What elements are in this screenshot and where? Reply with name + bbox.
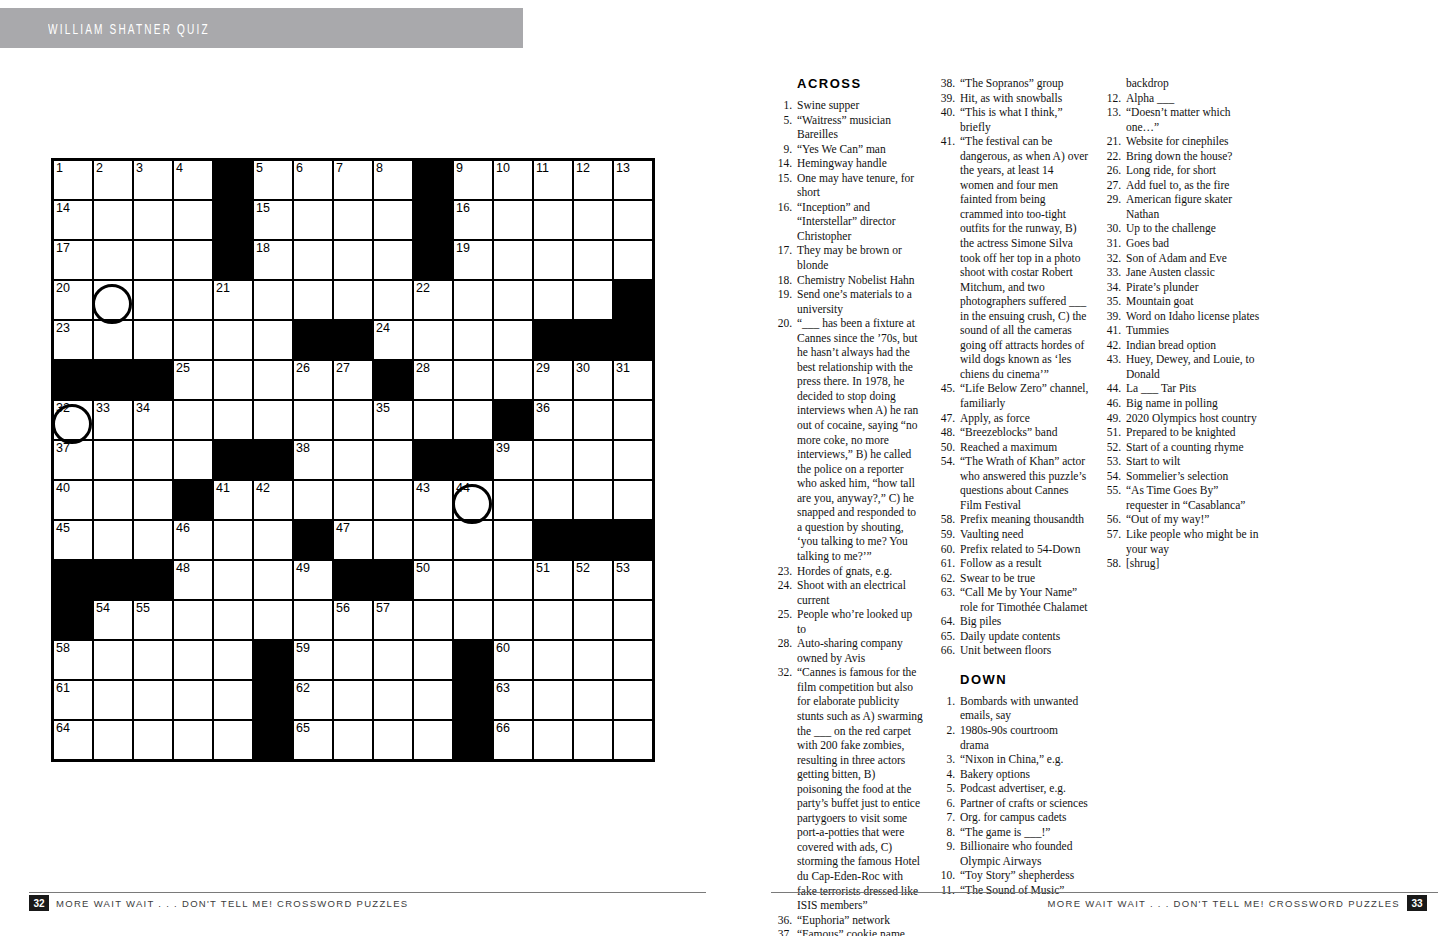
grid-cell[interactable] xyxy=(493,560,533,600)
grid-cell[interactable] xyxy=(253,560,293,600)
grid-cell[interactable] xyxy=(453,320,493,360)
grid-cell[interactable]: 47 xyxy=(333,520,373,560)
grid-cell[interactable] xyxy=(213,320,253,360)
grid-cell[interactable]: 16 xyxy=(453,200,493,240)
grid-cell[interactable] xyxy=(253,600,293,640)
grid-cell[interactable] xyxy=(133,480,173,520)
clue: 18.Chemistry Nobelist Hahn xyxy=(773,273,923,288)
grid-cell[interactable]: 24 xyxy=(373,320,413,360)
grid-cell[interactable] xyxy=(613,680,653,720)
grid-cell[interactable]: 31 xyxy=(613,360,653,400)
grid-cell[interactable]: 62 xyxy=(293,680,333,720)
grid-cell[interactable] xyxy=(493,280,533,320)
grid-cell[interactable]: 9 xyxy=(453,160,493,200)
grid-cell[interactable] xyxy=(533,680,573,720)
grid-cell[interactable] xyxy=(293,400,333,440)
clue-number: 58. xyxy=(936,512,955,527)
clue-text: “Waitress” musician Bareilles xyxy=(797,113,923,142)
grid-cell[interactable]: 52 xyxy=(573,560,613,600)
footer-right: MORE WAIT WAIT . . . DON'T TELL ME! CROS… xyxy=(1048,895,1427,911)
clue-text: Indian bread option xyxy=(1126,338,1216,353)
grid-cell[interactable] xyxy=(573,200,613,240)
grid-cell[interactable] xyxy=(373,640,413,680)
grid-cell[interactable] xyxy=(573,240,613,280)
grid-cell[interactable] xyxy=(133,280,173,320)
clue: 20.“___ has been a fixture at Cannes sin… xyxy=(773,316,923,563)
black-cell xyxy=(53,600,93,640)
grid-cell[interactable] xyxy=(333,640,373,680)
grid-cell[interactable]: 1 xyxy=(53,160,93,200)
grid-cell[interactable] xyxy=(93,480,133,520)
clue-number: 20. xyxy=(773,316,792,563)
grid-cell[interactable]: 15 xyxy=(253,200,293,240)
cell-number: 65 xyxy=(296,721,310,735)
grid-cell[interactable] xyxy=(93,720,133,760)
grid-cell[interactable]: 46 xyxy=(173,520,213,560)
grid-cell[interactable] xyxy=(253,320,293,360)
clue-number: 34. xyxy=(1102,280,1121,295)
grid-cell[interactable]: 48 xyxy=(173,560,213,600)
black-cell xyxy=(573,520,613,560)
grid-cell[interactable] xyxy=(333,720,373,760)
page-number-left: 32 xyxy=(29,895,49,911)
grid-cell[interactable] xyxy=(173,200,213,240)
grid-cell[interactable]: 50 xyxy=(413,560,453,600)
clue-number: 44. xyxy=(1102,381,1121,396)
grid-cell[interactable] xyxy=(133,680,173,720)
grid-cell[interactable] xyxy=(533,280,573,320)
clue-number: 59. xyxy=(936,527,955,542)
grid-cell[interactable]: 28 xyxy=(413,360,453,400)
clue-number: 53. xyxy=(1102,454,1121,469)
clue-text: “This is what I think,” briefly xyxy=(960,105,1089,134)
grid-cell[interactable]: 33 xyxy=(93,400,133,440)
grid-cell[interactable]: 44 xyxy=(453,480,493,520)
clue: 25.People who’re looked up to xyxy=(773,607,923,636)
grid-cell[interactable] xyxy=(333,680,373,720)
grid-cell[interactable] xyxy=(533,440,573,480)
grid-cell[interactable] xyxy=(173,720,213,760)
grid-cell[interactable]: 26 xyxy=(293,360,333,400)
grid-cell[interactable] xyxy=(613,720,653,760)
grid-cell[interactable] xyxy=(533,240,573,280)
grid-cell[interactable]: 14 xyxy=(53,200,93,240)
grid-cell[interactable]: 29 xyxy=(533,360,573,400)
grid-cell[interactable]: 59 xyxy=(293,640,333,680)
grid-cell[interactable] xyxy=(573,400,613,440)
grid-cell[interactable] xyxy=(173,440,213,480)
clue-text: “Out of my way!” xyxy=(1126,512,1209,527)
grid-cell[interactable] xyxy=(133,200,173,240)
grid-cell[interactable]: 30 xyxy=(573,360,613,400)
grid-cell[interactable] xyxy=(373,240,413,280)
grid-cell[interactable] xyxy=(493,600,533,640)
cell-number: 23 xyxy=(56,321,70,335)
grid-cell[interactable] xyxy=(613,440,653,480)
clue-text: Podcast advertiser, e.g. xyxy=(960,781,1066,796)
grid-cell[interactable] xyxy=(613,200,653,240)
clue-text: Chemistry Nobelist Hahn xyxy=(797,273,915,288)
grid-cell[interactable] xyxy=(173,600,213,640)
grid-cell[interactable] xyxy=(253,360,293,400)
grid-cell[interactable] xyxy=(213,640,253,680)
grid-cell[interactable] xyxy=(613,240,653,280)
grid-cell[interactable] xyxy=(93,680,133,720)
grid-cell[interactable]: 42 xyxy=(253,480,293,520)
clue: 49.2020 Olympics host country xyxy=(1102,411,1262,426)
black-cell xyxy=(413,200,453,240)
clue: 6.Partner of crafts or sciences xyxy=(936,796,1089,811)
cell-number: 41 xyxy=(216,481,230,495)
clue-number: 31. xyxy=(1102,236,1121,251)
grid-cell[interactable] xyxy=(133,440,173,480)
grid-cell[interactable] xyxy=(293,600,333,640)
clue-number: 24. xyxy=(773,578,792,607)
grid-cell[interactable]: 35 xyxy=(373,400,413,440)
grid-cell[interactable] xyxy=(453,360,493,400)
grid-cell[interactable]: 8 xyxy=(373,160,413,200)
grid-cell[interactable]: 34 xyxy=(133,400,173,440)
grid-cell[interactable] xyxy=(293,240,333,280)
grid-cell[interactable] xyxy=(533,640,573,680)
grid-cell[interactable] xyxy=(453,400,493,440)
grid-cell[interactable]: 21 xyxy=(213,280,253,320)
grid-cell[interactable] xyxy=(93,280,133,320)
clue-number: 37. xyxy=(773,927,792,936)
cell-number: 52 xyxy=(576,561,590,575)
grid-cell[interactable]: 64 xyxy=(53,720,93,760)
clue-number: 15. xyxy=(773,171,792,200)
black-cell xyxy=(333,560,373,600)
grid-cell[interactable] xyxy=(533,200,573,240)
grid-cell[interactable]: 66 xyxy=(493,720,533,760)
grid-cell[interactable] xyxy=(573,600,613,640)
grid-cell[interactable]: 18 xyxy=(253,240,293,280)
grid-cell[interactable] xyxy=(213,680,253,720)
grid-cell[interactable] xyxy=(293,280,333,320)
grid-cell[interactable]: 41 xyxy=(213,480,253,520)
grid-cell[interactable] xyxy=(333,440,373,480)
grid-cell[interactable]: 65 xyxy=(293,720,333,760)
grid-cell[interactable] xyxy=(253,400,293,440)
clue: 31.Goes bad xyxy=(1102,236,1262,251)
grid-cell[interactable] xyxy=(213,720,253,760)
clue-columns: ACROSS1.Swine supper5.“Waitress” musicia… xyxy=(773,76,1262,936)
grid-cell[interactable] xyxy=(493,200,533,240)
clue-number: 9. xyxy=(936,839,955,868)
grid-cell[interactable] xyxy=(213,400,253,440)
cell-number: 46 xyxy=(176,521,190,535)
clue-text: “Inception” and “Interstellar” director … xyxy=(797,200,923,244)
grid-cell[interactable] xyxy=(253,520,293,560)
grid-cell[interactable] xyxy=(573,480,613,520)
grid-cell[interactable]: 49 xyxy=(293,560,333,600)
grid-cell[interactable] xyxy=(413,400,453,440)
grid-cell[interactable] xyxy=(213,600,253,640)
grid-cell[interactable] xyxy=(173,400,213,440)
grid-cell[interactable] xyxy=(93,640,133,680)
grid-cell[interactable] xyxy=(93,320,133,360)
clue-text: Long ride, for short xyxy=(1126,163,1216,178)
grid-cell[interactable] xyxy=(533,480,573,520)
grid-cell[interactable] xyxy=(333,280,373,320)
grid-cell[interactable] xyxy=(173,320,213,360)
grid-cell[interactable] xyxy=(533,600,573,640)
grid-cell[interactable] xyxy=(573,440,613,480)
grid-cell[interactable]: 58 xyxy=(53,640,93,680)
grid-cell[interactable] xyxy=(453,520,493,560)
grid-cell[interactable]: 57 xyxy=(373,600,413,640)
black-cell xyxy=(53,560,93,600)
grid-cell[interactable] xyxy=(213,560,253,600)
cell-number: 57 xyxy=(376,601,390,615)
grid-cell[interactable] xyxy=(413,600,453,640)
clue-number: 55. xyxy=(1102,483,1121,512)
grid-cell[interactable] xyxy=(613,400,653,440)
grid-cell[interactable]: 60 xyxy=(493,640,533,680)
clue-text: Daily update contents xyxy=(960,629,1060,644)
grid-cell[interactable] xyxy=(613,640,653,680)
clue-number: 30. xyxy=(1102,221,1121,236)
black-cell xyxy=(413,440,453,480)
clue: 14.Hemingway handle xyxy=(773,156,923,171)
grid-cell[interactable]: 23 xyxy=(53,320,93,360)
grid-cell[interactable] xyxy=(173,240,213,280)
cell-number: 18 xyxy=(256,241,270,255)
grid-cell[interactable]: 55 xyxy=(133,600,173,640)
grid-cell[interactable] xyxy=(413,320,453,360)
clue-text: Vaulting need xyxy=(960,527,1024,542)
clue-number: 39. xyxy=(1102,309,1121,324)
cell-number: 6 xyxy=(296,161,303,175)
cell-number: 8 xyxy=(376,161,383,175)
grid-cell[interactable] xyxy=(373,520,413,560)
black-cell xyxy=(373,360,413,400)
grid-cell[interactable]: 45 xyxy=(53,520,93,560)
cell-number: 19 xyxy=(456,241,470,255)
grid-cell[interactable] xyxy=(133,520,173,560)
grid-cell[interactable]: 43 xyxy=(413,480,453,520)
grid-cell[interactable] xyxy=(453,280,493,320)
grid-cell[interactable]: 4 xyxy=(173,160,213,200)
clue-text: “The Sopranos” group xyxy=(960,76,1063,91)
grid-cell[interactable]: 22 xyxy=(413,280,453,320)
grid-cell[interactable]: 36 xyxy=(533,400,573,440)
grid-cell[interactable]: 56 xyxy=(333,600,373,640)
clue-number: 9. xyxy=(773,142,792,157)
clue-text: “___ has been a fixture at Cannes since … xyxy=(797,316,923,563)
clue-number: 46. xyxy=(1102,396,1121,411)
grid-cell[interactable] xyxy=(573,280,613,320)
grid-cell[interactable] xyxy=(373,280,413,320)
grid-cell[interactable] xyxy=(493,240,533,280)
clue-number: 4. xyxy=(936,767,955,782)
grid-cell[interactable] xyxy=(493,520,533,560)
grid-cell[interactable]: 39 xyxy=(493,440,533,480)
grid-cell[interactable]: 10 xyxy=(493,160,533,200)
clue: backdrop xyxy=(1102,76,1262,91)
grid-cell[interactable]: 11 xyxy=(533,160,573,200)
clue-number: 22. xyxy=(1102,149,1121,164)
cell-number: 11 xyxy=(536,161,549,175)
grid-cell[interactable] xyxy=(213,360,253,400)
grid-cell[interactable]: 27 xyxy=(333,360,373,400)
grid-cell[interactable] xyxy=(413,520,453,560)
grid-cell[interactable] xyxy=(213,520,253,560)
cell-number: 62 xyxy=(296,681,310,695)
grid-cell[interactable] xyxy=(373,440,413,480)
grid-cell[interactable]: 2 xyxy=(93,160,133,200)
clue: 40.“This is what I think,” briefly xyxy=(936,105,1089,134)
grid-cell[interactable] xyxy=(93,520,133,560)
grid-cell[interactable] xyxy=(453,560,493,600)
grid-cell[interactable]: 32 xyxy=(53,400,93,440)
grid-cell[interactable] xyxy=(333,480,373,520)
grid-cell[interactable]: 19 xyxy=(453,240,493,280)
clue: 24.Shoot with an electrical current xyxy=(773,578,923,607)
clue-number: 26. xyxy=(1102,163,1121,178)
grid-cell[interactable] xyxy=(573,680,613,720)
grid-cell[interactable] xyxy=(373,480,413,520)
clue-text: “Breezeblocks” band xyxy=(960,425,1057,440)
grid-cell[interactable] xyxy=(493,480,533,520)
black-cell xyxy=(93,560,133,600)
clue: 35.Mountain goat xyxy=(1102,294,1262,309)
grid-cell[interactable] xyxy=(293,480,333,520)
cell-number: 27 xyxy=(336,361,350,375)
clue: 10.“Toy Story” shepherdess xyxy=(936,868,1089,883)
grid-cell[interactable]: 12 xyxy=(573,160,613,200)
clue-number: 48. xyxy=(936,425,955,440)
grid-cell[interactable] xyxy=(573,640,613,680)
grid-cell[interactable] xyxy=(373,200,413,240)
grid-cell[interactable] xyxy=(493,320,533,360)
grid-cell[interactable]: 37 xyxy=(53,440,93,480)
cell-number: 2 xyxy=(96,161,103,175)
grid-cell[interactable] xyxy=(493,360,533,400)
clue: 4.Bakery options xyxy=(936,767,1089,782)
clue: 58.[shrug] xyxy=(1102,556,1262,571)
cell-number: 63 xyxy=(496,681,510,695)
grid-cell[interactable]: 7 xyxy=(333,160,373,200)
grid-cell[interactable] xyxy=(453,600,493,640)
grid-cell[interactable] xyxy=(413,640,453,680)
grid-cell[interactable] xyxy=(333,400,373,440)
black-cell xyxy=(133,360,173,400)
cell-number: 20 xyxy=(56,281,70,295)
clue-text: Jane Austen classic xyxy=(1126,265,1215,280)
grid-cell[interactable]: 51 xyxy=(533,560,573,600)
grid-cell[interactable] xyxy=(293,200,333,240)
clue: 41.“The festival can be dangerous, as wh… xyxy=(936,134,1089,381)
grid-cell[interactable]: 5 xyxy=(253,160,293,200)
grid-cell[interactable] xyxy=(413,720,453,760)
grid-cell[interactable] xyxy=(413,680,453,720)
clue: 7.Org. for campus cadets xyxy=(936,810,1089,825)
grid-cell[interactable] xyxy=(93,440,133,480)
grid-cell[interactable] xyxy=(133,320,173,360)
grid-cell[interactable] xyxy=(333,240,373,280)
grid-cell[interactable]: 63 xyxy=(493,680,533,720)
cell-number: 38 xyxy=(296,441,310,455)
puzzle-title: WILLIAM SHATNER QUIZ xyxy=(48,21,210,37)
clue-text: “Nixon in China,” e.g. xyxy=(960,752,1063,767)
clue: 39.Word on Idaho license plates xyxy=(1102,309,1262,324)
grid-cell[interactable]: 54 xyxy=(93,600,133,640)
grid-cell[interactable] xyxy=(613,480,653,520)
cell-number: 28 xyxy=(416,361,430,375)
black-cell xyxy=(173,480,213,520)
clue-number: 51. xyxy=(1102,425,1121,440)
cell-number: 44 xyxy=(456,481,470,495)
grid-cell[interactable]: 3 xyxy=(133,160,173,200)
grid-cell[interactable] xyxy=(373,680,413,720)
grid-cell[interactable]: 13 xyxy=(613,160,653,200)
black-cell xyxy=(253,680,293,720)
grid-cell[interactable] xyxy=(333,200,373,240)
clue: 57.Like people who might be in your way xyxy=(1102,527,1262,556)
grid-cell[interactable]: 53 xyxy=(613,560,653,600)
grid-cell[interactable]: 20 xyxy=(53,280,93,320)
grid-cell[interactable] xyxy=(533,720,573,760)
clue: 5.Podcast advertiser, e.g. xyxy=(936,781,1089,796)
clue-text: “Cannes is famous for the film competiti… xyxy=(797,665,923,912)
grid-cell[interactable]: 38 xyxy=(293,440,333,480)
clue-number: 66. xyxy=(936,643,955,658)
grid-cell[interactable]: 25 xyxy=(173,360,213,400)
black-cell xyxy=(333,320,373,360)
cell-number: 33 xyxy=(96,401,110,415)
grid-cell[interactable] xyxy=(573,720,613,760)
grid-cell[interactable] xyxy=(613,600,653,640)
grid-cell[interactable] xyxy=(173,280,213,320)
clue-text: Hemingway handle xyxy=(797,156,887,171)
grid-cell[interactable]: 6 xyxy=(293,160,333,200)
cell-number: 55 xyxy=(136,601,150,615)
clue: 30.Up to the challenge xyxy=(1102,221,1262,236)
clue-number: 40. xyxy=(936,105,955,134)
footer-left: 32 MORE WAIT WAIT . . . DON'T TELL ME! C… xyxy=(29,895,408,911)
book-title-left: MORE WAIT WAIT . . . DON'T TELL ME! CROS… xyxy=(56,898,408,909)
clue-number: 11. xyxy=(936,883,955,898)
clue-number: 54. xyxy=(1102,469,1121,484)
grid-cell[interactable]: 61 xyxy=(53,680,93,720)
clue: 28.Auto-sharing company owned by Avis xyxy=(773,636,923,665)
clue-text: Mountain goat xyxy=(1126,294,1193,309)
cell-number: 45 xyxy=(56,521,70,535)
grid-cell[interactable]: 40 xyxy=(53,480,93,520)
clue-number: 38. xyxy=(936,76,955,91)
grid-cell[interactable] xyxy=(93,200,133,240)
clue-text: “Euphoria” network xyxy=(797,913,890,928)
grid-cell[interactable] xyxy=(133,240,173,280)
grid-cell[interactable] xyxy=(373,720,413,760)
cell-number: 32 xyxy=(56,401,70,415)
clue: 27.Add fuel to, as the fire xyxy=(1102,178,1262,193)
grid-cell[interactable]: 17 xyxy=(53,240,93,280)
grid-cell[interactable] xyxy=(133,640,173,680)
clue-number: 43. xyxy=(1102,352,1121,381)
clue-column-1: ACROSS1.Swine supper5.“Waitress” musicia… xyxy=(773,76,923,936)
grid-cell[interactable] xyxy=(253,280,293,320)
grid-cell[interactable] xyxy=(173,640,213,680)
clue-text: Website for cinephiles xyxy=(1126,134,1229,149)
grid-cell[interactable] xyxy=(133,720,173,760)
grid-cell[interactable] xyxy=(93,240,133,280)
black-cell xyxy=(573,320,613,360)
clue-text: Shoot with an electrical current xyxy=(797,578,923,607)
grid-cell[interactable] xyxy=(173,680,213,720)
